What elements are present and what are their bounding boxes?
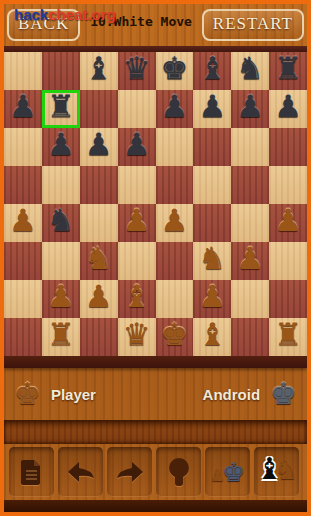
square-h8[interactable]: ♜ [269, 52, 307, 90]
piece-black-pawn[interactable]: ♟ [198, 91, 226, 122]
arrow-left-icon [66, 460, 96, 484]
black-king-icon: ♚ [270, 379, 297, 409]
piece-style-button[interactable]: ♞ ♝ [254, 447, 299, 497]
top-bar: BACK 10.White Move RESTART [4, 4, 307, 46]
square-h2[interactable] [269, 280, 307, 318]
white-player-label: Player [51, 386, 96, 403]
square-a5[interactable] [4, 166, 42, 204]
bottom-toolbar: ♟♚ ♞ ♝ [4, 444, 307, 500]
piece-white-pawn[interactable]: ♟ [161, 205, 189, 236]
square-h3[interactable] [269, 242, 307, 280]
square-g5[interactable] [231, 166, 269, 204]
piece-black-pawn[interactable]: ♟ [274, 91, 302, 122]
piece-white-pawn[interactable]: ♟ [85, 281, 113, 312]
square-a2[interactable] [4, 280, 42, 318]
square-a1[interactable] [4, 318, 42, 356]
hint-button[interactable] [156, 447, 201, 497]
back-button[interactable]: BACK [7, 9, 80, 41]
square-d5[interactable] [118, 166, 156, 204]
piece-black-knight[interactable]: ♞ [47, 205, 75, 236]
board-frame-bottom [4, 356, 307, 368]
white-player-group: ♚ Player [14, 379, 96, 409]
square-b4[interactable]: ♞ [42, 204, 80, 242]
document-icon [20, 459, 43, 486]
piece-black-king[interactable]: ♚ [161, 53, 189, 84]
square-b3[interactable] [42, 242, 80, 280]
square-c5[interactable] [80, 166, 118, 204]
square-g4[interactable] [231, 204, 269, 242]
piece-white-pawn[interactable]: ♟ [47, 281, 75, 312]
square-d1[interactable]: ♛ [118, 318, 156, 356]
piece-black-knight[interactable]: ♞ [236, 53, 264, 84]
piece-black-bishop[interactable]: ♝ [198, 53, 226, 84]
piece-white-pawn[interactable]: ♟ [198, 281, 226, 312]
square-a8[interactable] [4, 52, 42, 90]
square-b1[interactable]: ♜ [42, 318, 80, 356]
square-g3[interactable]: ♟ [231, 242, 269, 280]
captured-pieces-button[interactable]: ♟♚ [205, 447, 250, 497]
square-c4[interactable] [80, 204, 118, 242]
square-b2[interactable]: ♟ [42, 280, 80, 318]
piece-white-bishop[interactable]: ♝ [123, 281, 151, 312]
square-e1[interactable]: ♚ [156, 318, 194, 356]
square-f8[interactable]: ♝ [193, 52, 231, 90]
square-g8[interactable]: ♞ [231, 52, 269, 90]
piece-white-pawn[interactable]: ♟ [274, 205, 302, 236]
piece-black-bishop[interactable]: ♝ [85, 53, 113, 84]
piece-black-pawn[interactable]: ♟ [123, 129, 151, 160]
piece-white-queen[interactable]: ♛ [123, 319, 151, 350]
square-d6[interactable]: ♟ [118, 128, 156, 166]
square-f5[interactable] [193, 166, 231, 204]
piece-white-king[interactable]: ♚ [161, 319, 189, 350]
square-f3[interactable]: ♞ [193, 242, 231, 280]
square-e3[interactable] [156, 242, 194, 280]
piece-black-pawn[interactable]: ♟ [47, 129, 75, 160]
square-e4[interactable]: ♟ [156, 204, 194, 242]
square-a6[interactable] [4, 128, 42, 166]
square-d2[interactable]: ♝ [118, 280, 156, 318]
piece-black-rook[interactable]: ♜ [47, 91, 75, 122]
white-king-icon: ♚ [14, 379, 41, 409]
square-h4[interactable]: ♟ [269, 204, 307, 242]
square-h7[interactable]: ♟ [269, 90, 307, 128]
piece-black-pawn[interactable]: ♟ [85, 129, 113, 160]
square-d4[interactable]: ♟ [118, 204, 156, 242]
square-e8[interactable]: ♚ [156, 52, 194, 90]
square-b5[interactable] [42, 166, 80, 204]
bishop-icon: ♝ [256, 454, 283, 484]
lightbulb-icon [166, 456, 192, 488]
square-b8[interactable] [42, 52, 80, 90]
square-d3[interactable] [118, 242, 156, 280]
players-panel: ♚ Player Android ♚ [4, 368, 307, 420]
square-h5[interactable] [269, 166, 307, 204]
square-g6[interactable] [231, 128, 269, 166]
square-h6[interactable] [269, 128, 307, 166]
chess-board[interactable]: ♝♛♚♝♞♜♟♜♟♟♟♟♟♟♟♟♞♟♟♟♞♞♟♟♟♝♟♜♛♚♝♜ [4, 52, 307, 356]
square-f4[interactable] [193, 204, 231, 242]
piece-white-pawn[interactable]: ♟ [9, 205, 37, 236]
piece-white-knight[interactable]: ♞ [198, 243, 226, 274]
square-c2[interactable]: ♟ [80, 280, 118, 318]
black-player-group: Android ♚ [203, 379, 297, 409]
square-d7[interactable] [118, 90, 156, 128]
undo-button[interactable] [58, 447, 103, 497]
square-g1[interactable] [231, 318, 269, 356]
square-a4[interactable]: ♟ [4, 204, 42, 242]
piece-white-knight[interactable]: ♞ [85, 243, 113, 274]
square-f2[interactable]: ♟ [193, 280, 231, 318]
piece-white-bishop[interactable]: ♝ [198, 319, 226, 350]
redo-button[interactable] [107, 447, 152, 497]
square-c1[interactable] [80, 318, 118, 356]
square-c8[interactable]: ♝ [80, 52, 118, 90]
square-g7[interactable]: ♟ [231, 90, 269, 128]
piece-black-pawn[interactable]: ♟ [9, 91, 37, 122]
square-h1[interactable]: ♜ [269, 318, 307, 356]
square-f7[interactable]: ♟ [193, 90, 231, 128]
square-g2[interactable] [231, 280, 269, 318]
square-b6[interactable]: ♟ [42, 128, 80, 166]
square-f1[interactable]: ♝ [193, 318, 231, 356]
piece-white-pawn[interactable]: ♟ [236, 243, 264, 274]
square-a3[interactable] [4, 242, 42, 280]
chess-app-window: hackcheat.org BACK 10.White Move RESTART… [0, 0, 311, 516]
piece-black-queen[interactable]: ♛ [123, 53, 151, 84]
move-list-button[interactable] [9, 447, 54, 497]
bottom-strip [4, 500, 307, 512]
piece-black-pawn[interactable]: ♟ [161, 91, 189, 122]
square-e6[interactable] [156, 128, 194, 166]
square-f6[interactable] [193, 128, 231, 166]
restart-button[interactable]: RESTART [202, 9, 304, 41]
square-e2[interactable] [156, 280, 194, 318]
piece-white-rook[interactable]: ♜ [274, 319, 302, 350]
arrow-right-icon [115, 460, 145, 484]
move-status-text: 10.White Move [90, 14, 192, 29]
square-a7[interactable]: ♟ [4, 90, 42, 128]
square-d8[interactable]: ♛ [118, 52, 156, 90]
square-c7[interactable] [80, 90, 118, 128]
square-c6[interactable]: ♟ [80, 128, 118, 166]
square-b7[interactable]: ♜ [42, 90, 80, 128]
black-player-label: Android [203, 386, 261, 403]
piece-white-rook[interactable]: ♜ [47, 319, 75, 350]
piece-black-rook[interactable]: ♜ [274, 53, 302, 84]
chess-pieces-icon: ♟♚ [210, 459, 246, 485]
piece-black-pawn[interactable]: ♟ [236, 91, 264, 122]
square-e7[interactable]: ♟ [156, 90, 194, 128]
square-c3[interactable]: ♞ [80, 242, 118, 280]
square-e5[interactable] [156, 166, 194, 204]
piece-white-pawn[interactable]: ♟ [123, 205, 151, 236]
panel-groove [4, 420, 307, 444]
